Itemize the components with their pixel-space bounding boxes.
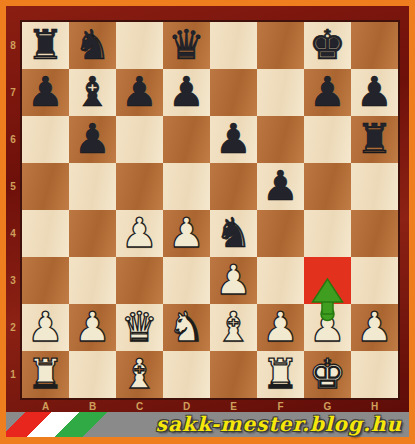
square-e3[interactable]: ♟ (210, 257, 257, 304)
white-pawn[interactable]: ♟ (69, 304, 116, 351)
square-f4[interactable] (257, 210, 304, 257)
white-queen[interactable]: ♛ (116, 304, 163, 351)
white-rook[interactable]: ♜ (257, 351, 304, 398)
square-h7[interactable]: ♟ (351, 69, 398, 116)
square-g5[interactable] (304, 163, 351, 210)
square-e1[interactable] (210, 351, 257, 398)
square-h4[interactable] (351, 210, 398, 257)
square-h1[interactable] (351, 351, 398, 398)
file-label-A: A (22, 400, 69, 412)
file-label-B: B (69, 400, 116, 412)
square-b3[interactable] (69, 257, 116, 304)
white-pawn[interactable]: ♟ (304, 304, 351, 351)
square-b2[interactable]: ♟ (69, 304, 116, 351)
rank-label-1: 1 (6, 351, 20, 398)
black-knight[interactable]: ♞ (210, 210, 257, 257)
black-pawn[interactable]: ♟ (210, 116, 257, 163)
rank-label-3: 3 (6, 257, 20, 304)
square-b5[interactable] (69, 163, 116, 210)
black-pawn[interactable]: ♟ (69, 116, 116, 163)
rank-label-5: 5 (6, 163, 20, 210)
file-label-C: C (116, 400, 163, 412)
square-c4[interactable]: ♟ (116, 210, 163, 257)
square-e6[interactable]: ♟ (210, 116, 257, 163)
square-a8[interactable]: ♜ (22, 22, 69, 69)
rank-label-6: 6 (6, 116, 20, 163)
square-h5[interactable] (351, 163, 398, 210)
square-f8[interactable] (257, 22, 304, 69)
square-f3[interactable] (257, 257, 304, 304)
white-pawn[interactable]: ♟ (116, 210, 163, 257)
square-a6[interactable] (22, 116, 69, 163)
square-h6[interactable]: ♜ (351, 116, 398, 163)
square-c2[interactable]: ♛ (116, 304, 163, 351)
square-c1[interactable]: ♝ (116, 351, 163, 398)
square-e7[interactable] (210, 69, 257, 116)
square-g4[interactable] (304, 210, 351, 257)
white-pawn[interactable]: ♟ (210, 257, 257, 304)
black-queen[interactable]: ♛ (163, 22, 210, 69)
white-pawn[interactable]: ♟ (22, 304, 69, 351)
black-pawn[interactable]: ♟ (22, 69, 69, 116)
white-bishop[interactable]: ♝ (210, 304, 257, 351)
square-d7[interactable]: ♟ (163, 69, 210, 116)
black-knight[interactable]: ♞ (69, 22, 116, 69)
square-g1[interactable]: ♚ (304, 351, 351, 398)
square-b6[interactable]: ♟ (69, 116, 116, 163)
square-b8[interactable]: ♞ (69, 22, 116, 69)
square-f2[interactable]: ♟ (257, 304, 304, 351)
square-e2[interactable]: ♝ (210, 304, 257, 351)
square-b4[interactable] (69, 210, 116, 257)
square-f7[interactable] (257, 69, 304, 116)
file-labels: ABCDEFGH (22, 400, 398, 412)
square-h8[interactable] (351, 22, 398, 69)
rank-label-7: 7 (6, 69, 20, 116)
square-a5[interactable] (22, 163, 69, 210)
square-c6[interactable] (116, 116, 163, 163)
square-d4[interactable]: ♟ (163, 210, 210, 257)
white-knight[interactable]: ♞ (163, 304, 210, 351)
square-f6[interactable] (257, 116, 304, 163)
square-a4[interactable] (22, 210, 69, 257)
brand-link[interactable]: sakk-mester.blog.hu (156, 412, 402, 437)
square-e5[interactable] (210, 163, 257, 210)
white-king[interactable]: ♚ (304, 351, 351, 398)
square-d5[interactable] (163, 163, 210, 210)
square-c5[interactable] (116, 163, 163, 210)
white-rook[interactable]: ♜ (22, 351, 69, 398)
white-pawn[interactable]: ♟ (163, 210, 210, 257)
square-a2[interactable]: ♟ (22, 304, 69, 351)
square-h3[interactable] (351, 257, 398, 304)
white-pawn[interactable]: ♟ (351, 304, 398, 351)
rank-labels: 87654321 (6, 22, 20, 398)
black-rook[interactable]: ♜ (351, 116, 398, 163)
black-king[interactable]: ♚ (304, 22, 351, 69)
square-a1[interactable]: ♜ (22, 351, 69, 398)
rank-label-4: 4 (6, 210, 20, 257)
square-c8[interactable] (116, 22, 163, 69)
black-pawn[interactable]: ♟ (304, 69, 351, 116)
chess-board: ♜♞♛♚♟♝♟♟♟♟♟♟♜♟♟♟♞♟♟♟♛♞♝♟♟♟♜♝♜♚ (20, 20, 400, 400)
file-label-D: D (163, 400, 210, 412)
square-g7[interactable]: ♟ (304, 69, 351, 116)
white-pawn[interactable]: ♟ (257, 304, 304, 351)
square-f1[interactable]: ♜ (257, 351, 304, 398)
black-pawn[interactable]: ♟ (351, 69, 398, 116)
file-label-E: E (210, 400, 257, 412)
rank-label-8: 8 (6, 22, 20, 69)
square-a3[interactable] (22, 257, 69, 304)
black-pawn[interactable]: ♟ (163, 69, 210, 116)
square-c3[interactable] (116, 257, 163, 304)
square-g2[interactable]: ♟ (304, 304, 351, 351)
square-g6[interactable] (304, 116, 351, 163)
square-a7[interactable]: ♟ (22, 69, 69, 116)
square-g8[interactable]: ♚ (304, 22, 351, 69)
square-d8[interactable]: ♛ (163, 22, 210, 69)
square-b7[interactable]: ♝ (69, 69, 116, 116)
square-b1[interactable] (69, 351, 116, 398)
square-g3-highlighted[interactable] (304, 257, 351, 304)
white-bishop[interactable]: ♝ (116, 351, 163, 398)
square-e4[interactable]: ♞ (210, 210, 257, 257)
board-frame: 87654321 ♜♞♛♚♟♝♟♟♟♟♟♟♜♟♟♟♞♟♟♟♛♞♝♟♟♟♜♝♜♚ … (6, 6, 409, 412)
branding-bar: sakk-mester.blog.hu (6, 412, 409, 437)
square-c7[interactable]: ♟ (116, 69, 163, 116)
black-pawn[interactable]: ♟ (116, 69, 163, 116)
rank-label-2: 2 (6, 304, 20, 351)
black-rook[interactable]: ♜ (22, 22, 69, 69)
square-h2[interactable]: ♟ (351, 304, 398, 351)
square-e8[interactable] (210, 22, 257, 69)
square-d1[interactable] (163, 351, 210, 398)
square-d3[interactable] (163, 257, 210, 304)
black-bishop[interactable]: ♝ (69, 69, 116, 116)
file-label-F: F (257, 400, 304, 412)
square-f5[interactable]: ♟ (257, 163, 304, 210)
chess-app-window: 87654321 ♜♞♛♚♟♝♟♟♟♟♟♟♜♟♟♟♞♟♟♟♛♞♝♟♟♟♜♝♜♚ … (0, 0, 415, 444)
file-label-H: H (351, 400, 398, 412)
square-d6[interactable] (163, 116, 210, 163)
black-pawn[interactable]: ♟ (257, 163, 304, 210)
file-label-G: G (304, 400, 351, 412)
square-d2[interactable]: ♞ (163, 304, 210, 351)
